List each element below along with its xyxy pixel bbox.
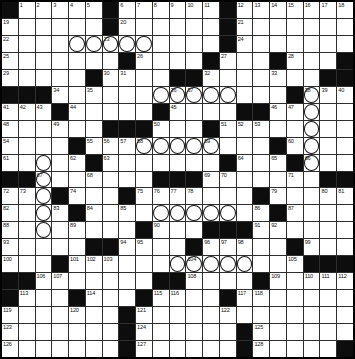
crossword-cell[interactable] bbox=[220, 138, 236, 154]
crossword-cell[interactable]: 6 bbox=[119, 2, 135, 18]
crossword-cell[interactable] bbox=[52, 172, 68, 188]
crossword-cell[interactable]: 101 bbox=[69, 256, 85, 272]
crossword-cell[interactable] bbox=[203, 341, 219, 357]
crossword-cell[interactable] bbox=[220, 324, 236, 340]
crossword-cell[interactable] bbox=[19, 307, 35, 323]
crossword-cell[interactable] bbox=[186, 205, 202, 221]
crossword-cell[interactable] bbox=[170, 19, 186, 35]
crossword-cell[interactable] bbox=[253, 87, 269, 103]
crossword-cell[interactable] bbox=[287, 222, 303, 238]
crossword-cell[interactable]: 72 bbox=[2, 188, 18, 204]
crossword-cell[interactable] bbox=[36, 155, 52, 171]
crossword-cell[interactable]: 124 bbox=[136, 324, 152, 340]
crossword-cell[interactable] bbox=[203, 307, 219, 323]
crossword-cell[interactable] bbox=[86, 104, 102, 120]
crossword-cell[interactable]: 20 bbox=[119, 19, 135, 35]
crossword-cell[interactable] bbox=[69, 53, 85, 69]
crossword-cell[interactable] bbox=[320, 138, 336, 154]
crossword-cell[interactable]: 25 bbox=[2, 53, 18, 69]
crossword-cell[interactable] bbox=[203, 273, 219, 289]
crossword-cell[interactable]: 122 bbox=[220, 307, 236, 323]
crossword-cell[interactable] bbox=[304, 341, 320, 357]
crossword-cell[interactable] bbox=[136, 256, 152, 272]
crossword-cell[interactable] bbox=[103, 341, 119, 357]
crossword-cell[interactable]: 21 bbox=[237, 19, 253, 35]
crossword-cell[interactable] bbox=[153, 53, 169, 69]
crossword-cell[interactable] bbox=[119, 256, 135, 272]
crossword-cell[interactable]: 11 bbox=[203, 2, 219, 18]
crossword-cell[interactable] bbox=[52, 70, 68, 86]
crossword-cell[interactable] bbox=[19, 19, 35, 35]
crossword-cell[interactable] bbox=[19, 121, 35, 137]
crossword-cell[interactable] bbox=[304, 290, 320, 306]
crossword-cell[interactable]: 38 bbox=[304, 87, 320, 103]
crossword-cell[interactable] bbox=[103, 205, 119, 221]
crossword-cell[interactable]: 108 bbox=[186, 273, 202, 289]
crossword-cell[interactable] bbox=[220, 341, 236, 357]
crossword-cell[interactable]: 8 bbox=[153, 2, 169, 18]
crossword-cell[interactable]: 27 bbox=[220, 53, 236, 69]
crossword-cell[interactable] bbox=[203, 36, 219, 52]
crossword-cell[interactable] bbox=[304, 188, 320, 204]
crossword-cell[interactable] bbox=[270, 341, 286, 357]
crossword-cell[interactable] bbox=[69, 121, 85, 137]
crossword-cell[interactable] bbox=[270, 36, 286, 52]
crossword-cell[interactable] bbox=[203, 205, 219, 221]
crossword-cell[interactable] bbox=[287, 121, 303, 137]
crossword-cell[interactable] bbox=[153, 155, 169, 171]
crossword-cell[interactable]: 66 bbox=[304, 155, 320, 171]
crossword-cell[interactable]: 100 bbox=[2, 256, 18, 272]
crossword-cell[interactable] bbox=[320, 239, 336, 255]
crossword-cell[interactable]: 2 bbox=[36, 2, 52, 18]
crossword-cell[interactable] bbox=[337, 307, 353, 323]
crossword-cell[interactable] bbox=[170, 36, 186, 52]
crossword-cell[interactable] bbox=[153, 205, 169, 221]
crossword-cell[interactable] bbox=[103, 87, 119, 103]
crossword-cell[interactable] bbox=[337, 138, 353, 154]
crossword-cell[interactable] bbox=[36, 138, 52, 154]
crossword-cell[interactable]: 70 bbox=[220, 172, 236, 188]
crossword-cell[interactable]: 104 bbox=[186, 256, 202, 272]
crossword-cell[interactable] bbox=[36, 205, 52, 221]
crossword-cell[interactable]: 22 bbox=[2, 36, 18, 52]
crossword-cell[interactable]: 24 bbox=[237, 36, 253, 52]
crossword-cell[interactable] bbox=[253, 53, 269, 69]
crossword-cell[interactable] bbox=[287, 188, 303, 204]
crossword-cell[interactable]: 88 bbox=[2, 222, 18, 238]
crossword-cell[interactable] bbox=[320, 104, 336, 120]
crossword-cell[interactable] bbox=[270, 87, 286, 103]
crossword-cell[interactable] bbox=[237, 172, 253, 188]
crossword-cell[interactable]: 14 bbox=[270, 2, 286, 18]
crossword-cell[interactable]: 50 bbox=[153, 121, 169, 137]
crossword-cell[interactable]: 39 bbox=[320, 87, 336, 103]
crossword-cell[interactable] bbox=[69, 70, 85, 86]
crossword-cell[interactable]: 1 bbox=[19, 2, 35, 18]
crossword-cell[interactable] bbox=[304, 36, 320, 52]
crossword-cell[interactable] bbox=[320, 205, 336, 221]
crossword-cell[interactable]: 75 bbox=[136, 188, 152, 204]
crossword-cell[interactable] bbox=[103, 188, 119, 204]
crossword-cell[interactable] bbox=[153, 138, 169, 154]
crossword-cell[interactable]: 30 bbox=[103, 70, 119, 86]
crossword-cell[interactable] bbox=[203, 188, 219, 204]
crossword-cell[interactable] bbox=[52, 155, 68, 171]
crossword-cell[interactable] bbox=[19, 256, 35, 272]
crossword-cell[interactable] bbox=[153, 36, 169, 52]
crossword-cell[interactable] bbox=[237, 188, 253, 204]
crossword-cell[interactable]: 125 bbox=[253, 324, 269, 340]
crossword-cell[interactable] bbox=[170, 256, 186, 272]
crossword-cell[interactable]: 119 bbox=[2, 307, 18, 323]
crossword-cell[interactable]: 90 bbox=[153, 222, 169, 238]
crossword-cell[interactable] bbox=[220, 188, 236, 204]
crossword-cell[interactable] bbox=[136, 19, 152, 35]
crossword-cell[interactable] bbox=[186, 121, 202, 137]
crossword-cell[interactable] bbox=[270, 121, 286, 137]
crossword-cell[interactable]: 3 bbox=[52, 2, 68, 18]
crossword-cell[interactable] bbox=[136, 273, 152, 289]
crossword-cell[interactable] bbox=[220, 256, 236, 272]
crossword-cell[interactable] bbox=[220, 87, 236, 103]
crossword-cell[interactable] bbox=[103, 290, 119, 306]
crossword-cell[interactable] bbox=[220, 104, 236, 120]
crossword-cell[interactable] bbox=[153, 239, 169, 255]
crossword-cell[interactable]: 69 bbox=[203, 172, 219, 188]
crossword-cell[interactable] bbox=[253, 36, 269, 52]
crossword-cell[interactable] bbox=[287, 307, 303, 323]
crossword-cell[interactable] bbox=[52, 138, 68, 154]
crossword-cell[interactable] bbox=[119, 222, 135, 238]
crossword-cell[interactable]: 60 bbox=[287, 138, 303, 154]
crossword-cell[interactable]: 87 bbox=[287, 205, 303, 221]
crossword-cell[interactable]: 118 bbox=[253, 290, 269, 306]
crossword-cell[interactable] bbox=[186, 341, 202, 357]
crossword-cell[interactable] bbox=[69, 36, 85, 52]
crossword-cell[interactable] bbox=[270, 19, 286, 35]
crossword-cell[interactable] bbox=[69, 87, 85, 103]
crossword-cell[interactable] bbox=[103, 307, 119, 323]
crossword-cell[interactable] bbox=[19, 36, 35, 52]
crossword-cell[interactable]: 47 bbox=[287, 104, 303, 120]
crossword-cell[interactable]: 23 bbox=[103, 36, 119, 52]
crossword-cell[interactable] bbox=[19, 341, 35, 357]
crossword-cell[interactable]: 105 bbox=[287, 256, 303, 272]
crossword-cell[interactable] bbox=[86, 53, 102, 69]
crossword-cell[interactable]: 106 bbox=[36, 273, 52, 289]
crossword-cell[interactable] bbox=[170, 324, 186, 340]
crossword-cell[interactable]: 98 bbox=[237, 239, 253, 255]
crossword-cell[interactable] bbox=[170, 205, 186, 221]
crossword-cell[interactable]: 113 bbox=[19, 290, 35, 306]
crossword-cell[interactable]: 84 bbox=[86, 205, 102, 221]
crossword-cell[interactable] bbox=[153, 70, 169, 86]
crossword-cell[interactable] bbox=[304, 70, 320, 86]
crossword-cell[interactable]: 15 bbox=[287, 2, 303, 18]
crossword-cell[interactable] bbox=[69, 324, 85, 340]
crossword-cell[interactable] bbox=[86, 222, 102, 238]
crossword-cell[interactable]: 94 bbox=[119, 239, 135, 255]
crossword-cell[interactable]: 107 bbox=[52, 273, 68, 289]
crossword-cell[interactable]: 62 bbox=[69, 155, 85, 171]
crossword-cell[interactable] bbox=[136, 104, 152, 120]
crossword-cell[interactable] bbox=[304, 172, 320, 188]
crossword-cell[interactable] bbox=[320, 290, 336, 306]
crossword-cell[interactable]: 99 bbox=[304, 239, 320, 255]
crossword-cell[interactable]: 97 bbox=[220, 239, 236, 255]
crossword-cell[interactable] bbox=[220, 70, 236, 86]
crossword-cell[interactable]: 13 bbox=[253, 2, 269, 18]
crossword-cell[interactable] bbox=[52, 324, 68, 340]
crossword-cell[interactable] bbox=[186, 290, 202, 306]
crossword-cell[interactable] bbox=[304, 138, 320, 154]
crossword-cell[interactable]: 33 bbox=[270, 70, 286, 86]
crossword-cell[interactable] bbox=[270, 324, 286, 340]
crossword-cell[interactable] bbox=[36, 307, 52, 323]
crossword-cell[interactable]: 46 bbox=[270, 104, 286, 120]
crossword-cell[interactable]: 52 bbox=[237, 121, 253, 137]
crossword-cell[interactable]: 92 bbox=[270, 222, 286, 238]
crossword-cell[interactable]: 45 bbox=[170, 104, 186, 120]
crossword-cell[interactable] bbox=[320, 341, 336, 357]
crossword-cell[interactable] bbox=[52, 222, 68, 238]
crossword-cell[interactable] bbox=[119, 36, 135, 52]
crossword-cell[interactable]: 48 bbox=[2, 121, 18, 137]
crossword-cell[interactable] bbox=[304, 307, 320, 323]
crossword-cell[interactable]: 58 bbox=[136, 138, 152, 154]
crossword-cell[interactable] bbox=[36, 121, 52, 137]
crossword-cell[interactable]: 29 bbox=[2, 70, 18, 86]
crossword-cell[interactable] bbox=[119, 172, 135, 188]
crossword-cell[interactable]: 114 bbox=[86, 290, 102, 306]
crossword-cell[interactable] bbox=[220, 273, 236, 289]
crossword-cell[interactable]: 117 bbox=[237, 290, 253, 306]
crossword-cell[interactable]: 126 bbox=[2, 341, 18, 357]
crossword-cell[interactable] bbox=[287, 273, 303, 289]
crossword-cell[interactable] bbox=[237, 70, 253, 86]
crossword-cell[interactable] bbox=[19, 138, 35, 154]
crossword-cell[interactable] bbox=[153, 256, 169, 272]
crossword-cell[interactable] bbox=[86, 121, 102, 137]
crossword-cell[interactable] bbox=[337, 121, 353, 137]
crossword-cell[interactable] bbox=[153, 19, 169, 35]
crossword-cell[interactable] bbox=[186, 155, 202, 171]
crossword-cell[interactable] bbox=[36, 290, 52, 306]
crossword-cell[interactable] bbox=[253, 307, 269, 323]
crossword-cell[interactable]: 61 bbox=[2, 155, 18, 171]
crossword-cell[interactable]: 109 bbox=[270, 273, 286, 289]
crossword-cell[interactable] bbox=[52, 19, 68, 35]
crossword-cell[interactable]: 5 bbox=[86, 2, 102, 18]
crossword-cell[interactable] bbox=[203, 324, 219, 340]
crossword-cell[interactable] bbox=[320, 155, 336, 171]
crossword-cell[interactable]: 65 bbox=[270, 155, 286, 171]
crossword-cell[interactable]: 63 bbox=[103, 155, 119, 171]
crossword-cell[interactable] bbox=[203, 290, 219, 306]
crossword-cell[interactable] bbox=[203, 155, 219, 171]
crossword-cell[interactable]: 34 bbox=[52, 87, 68, 103]
crossword-cell[interactable] bbox=[153, 87, 169, 103]
crossword-cell[interactable] bbox=[220, 205, 236, 221]
crossword-cell[interactable]: 111 bbox=[320, 273, 336, 289]
crossword-cell[interactable]: 73 bbox=[19, 188, 35, 204]
crossword-cell[interactable]: 82 bbox=[2, 205, 18, 221]
crossword-cell[interactable] bbox=[253, 239, 269, 255]
crossword-cell[interactable]: 77 bbox=[170, 188, 186, 204]
crossword-cell[interactable] bbox=[19, 155, 35, 171]
crossword-cell[interactable] bbox=[19, 70, 35, 86]
crossword-cell[interactable] bbox=[136, 205, 152, 221]
crossword-cell[interactable] bbox=[36, 239, 52, 255]
crossword-cell[interactable]: 91 bbox=[253, 222, 269, 238]
crossword-cell[interactable]: 79 bbox=[270, 188, 286, 204]
crossword-cell[interactable]: 74 bbox=[69, 188, 85, 204]
crossword-cell[interactable] bbox=[304, 19, 320, 35]
crossword-cell[interactable] bbox=[86, 273, 102, 289]
crossword-cell[interactable]: 68 bbox=[86, 172, 102, 188]
crossword-cell[interactable] bbox=[304, 53, 320, 69]
crossword-cell[interactable] bbox=[337, 324, 353, 340]
crossword-cell[interactable] bbox=[320, 36, 336, 52]
crossword-cell[interactable] bbox=[136, 36, 152, 52]
crossword-cell[interactable] bbox=[170, 341, 186, 357]
crossword-cell[interactable] bbox=[304, 324, 320, 340]
crossword-cell[interactable] bbox=[270, 290, 286, 306]
crossword-cell[interactable] bbox=[69, 273, 85, 289]
crossword-cell[interactable] bbox=[119, 87, 135, 103]
crossword-cell[interactable] bbox=[337, 36, 353, 52]
crossword-cell[interactable]: 56 bbox=[103, 138, 119, 154]
crossword-cell[interactable] bbox=[287, 36, 303, 52]
crossword-cell[interactable] bbox=[153, 341, 169, 357]
crossword-cell[interactable]: 54 bbox=[2, 138, 18, 154]
crossword-cell[interactable] bbox=[337, 19, 353, 35]
crossword-cell[interactable] bbox=[136, 70, 152, 86]
crossword-cell[interactable] bbox=[304, 104, 320, 120]
crossword-cell[interactable] bbox=[237, 273, 253, 289]
crossword-cell[interactable]: 43 bbox=[36, 104, 52, 120]
crossword-cell[interactable]: 19 bbox=[2, 19, 18, 35]
crossword-cell[interactable] bbox=[270, 307, 286, 323]
crossword-cell[interactable]: 57 bbox=[119, 138, 135, 154]
crossword-cell[interactable]: 36 bbox=[170, 87, 186, 103]
crossword-cell[interactable]: 78 bbox=[186, 188, 202, 204]
crossword-cell[interactable] bbox=[103, 324, 119, 340]
crossword-cell[interactable] bbox=[237, 307, 253, 323]
crossword-cell[interactable] bbox=[304, 121, 320, 137]
crossword-cell[interactable] bbox=[153, 307, 169, 323]
crossword-cell[interactable] bbox=[119, 155, 135, 171]
crossword-cell[interactable] bbox=[52, 53, 68, 69]
crossword-cell[interactable] bbox=[52, 307, 68, 323]
crossword-cell[interactable] bbox=[270, 256, 286, 272]
crossword-cell[interactable] bbox=[337, 104, 353, 120]
crossword-cell[interactable] bbox=[320, 121, 336, 137]
crossword-cell[interactable] bbox=[19, 53, 35, 69]
crossword-cell[interactable] bbox=[203, 19, 219, 35]
crossword-cell[interactable] bbox=[69, 341, 85, 357]
crossword-cell[interactable] bbox=[203, 87, 219, 103]
crossword-cell[interactable]: 67 bbox=[36, 172, 52, 188]
crossword-cell[interactable] bbox=[103, 104, 119, 120]
crossword-cell[interactable] bbox=[52, 239, 68, 255]
crossword-cell[interactable] bbox=[69, 239, 85, 255]
crossword-cell[interactable] bbox=[253, 155, 269, 171]
crossword-cell[interactable] bbox=[19, 205, 35, 221]
crossword-cell[interactable] bbox=[337, 222, 353, 238]
crossword-cell[interactable]: 121 bbox=[136, 307, 152, 323]
crossword-cell[interactable]: 41 bbox=[2, 104, 18, 120]
crossword-cell[interactable] bbox=[36, 222, 52, 238]
crossword-cell[interactable]: 10 bbox=[186, 2, 202, 18]
crossword-cell[interactable] bbox=[320, 222, 336, 238]
crossword-cell[interactable]: 120 bbox=[69, 307, 85, 323]
crossword-cell[interactable] bbox=[186, 104, 202, 120]
crossword-cell[interactable] bbox=[170, 222, 186, 238]
crossword-cell[interactable]: 16 bbox=[304, 2, 320, 18]
crossword-cell[interactable] bbox=[86, 36, 102, 52]
crossword-cell[interactable] bbox=[19, 222, 35, 238]
crossword-cell[interactable] bbox=[136, 172, 152, 188]
crossword-cell[interactable] bbox=[69, 172, 85, 188]
crossword-cell[interactable]: 4 bbox=[69, 2, 85, 18]
crossword-cell[interactable] bbox=[287, 19, 303, 35]
crossword-cell[interactable] bbox=[320, 324, 336, 340]
crossword-cell[interactable]: 80 bbox=[320, 188, 336, 204]
crossword-cell[interactable] bbox=[136, 155, 152, 171]
crossword-cell[interactable] bbox=[203, 256, 219, 272]
crossword-cell[interactable] bbox=[253, 19, 269, 35]
crossword-cell[interactable]: 102 bbox=[86, 256, 102, 272]
crossword-cell[interactable] bbox=[237, 87, 253, 103]
crossword-cell[interactable]: 103 bbox=[103, 256, 119, 272]
crossword-cell[interactable]: 93 bbox=[2, 239, 18, 255]
crossword-cell[interactable] bbox=[253, 172, 269, 188]
crossword-cell[interactable]: 44 bbox=[69, 104, 85, 120]
crossword-cell[interactable] bbox=[287, 70, 303, 86]
crossword-cell[interactable] bbox=[304, 205, 320, 221]
crossword-cell[interactable]: 55 bbox=[86, 138, 102, 154]
crossword-cell[interactable]: 110 bbox=[304, 273, 320, 289]
crossword-cell[interactable] bbox=[186, 222, 202, 238]
crossword-cell[interactable] bbox=[170, 307, 186, 323]
crossword-cell[interactable]: 85 bbox=[119, 205, 135, 221]
crossword-cell[interactable] bbox=[320, 307, 336, 323]
crossword-cell[interactable] bbox=[103, 222, 119, 238]
crossword-cell[interactable]: 123 bbox=[2, 324, 18, 340]
crossword-cell[interactable]: 86 bbox=[253, 205, 269, 221]
crossword-cell[interactable] bbox=[304, 222, 320, 238]
crossword-cell[interactable]: 31 bbox=[119, 70, 135, 86]
crossword-cell[interactable]: 64 bbox=[237, 155, 253, 171]
crossword-cell[interactable] bbox=[36, 188, 52, 204]
crossword-cell[interactable]: 7 bbox=[136, 2, 152, 18]
crossword-cell[interactable] bbox=[170, 121, 186, 137]
crossword-cell[interactable] bbox=[237, 138, 253, 154]
crossword-cell[interactable]: 35 bbox=[86, 87, 102, 103]
crossword-cell[interactable] bbox=[337, 155, 353, 171]
crossword-cell[interactable]: 112 bbox=[337, 273, 353, 289]
crossword-cell[interactable] bbox=[320, 53, 336, 69]
crossword-cell[interactable] bbox=[186, 138, 202, 154]
crossword-cell[interactable]: 53 bbox=[253, 121, 269, 137]
crossword-cell[interactable] bbox=[270, 172, 286, 188]
crossword-cell[interactable] bbox=[86, 324, 102, 340]
crossword-cell[interactable] bbox=[287, 324, 303, 340]
crossword-cell[interactable] bbox=[103, 273, 119, 289]
crossword-cell[interactable] bbox=[237, 205, 253, 221]
